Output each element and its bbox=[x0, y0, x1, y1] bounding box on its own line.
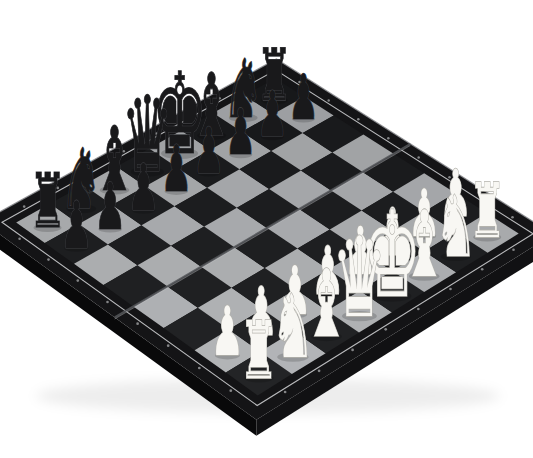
frame-rivet bbox=[481, 268, 484, 271]
frame-rivet bbox=[351, 349, 354, 352]
chessboard: ♜♞♟♝♟♚♟♛♟♝♟♞♟♟♜♟♟♜♟♟♞♟♝♟♚♟♛♟♝♟♞♜ bbox=[0, 0, 533, 458]
black-pawn-glyph: ♟ bbox=[94, 168, 126, 244]
frame-rivet bbox=[47, 258, 50, 261]
black-pawn-glyph: ♟ bbox=[288, 60, 319, 133]
frame-rivet bbox=[76, 279, 79, 282]
frame-rivet bbox=[284, 391, 287, 394]
frame-rivet bbox=[512, 248, 515, 251]
frame-rivet bbox=[357, 118, 360, 121]
frame-rivet bbox=[167, 344, 170, 347]
black-pawn-glyph: ♟ bbox=[160, 131, 192, 205]
piece-black-pawn-c7: ♟ bbox=[128, 150, 160, 224]
frame-rivet bbox=[318, 369, 321, 372]
frame-rivet bbox=[417, 156, 420, 159]
frame-rivet bbox=[136, 322, 139, 325]
black-pawn-glyph: ♟ bbox=[257, 78, 288, 151]
black-pawn-glyph: ♟ bbox=[60, 187, 92, 263]
product-photo-stage: ♜♞♟♝♟♚♟♛♟♝♟♞♟♟♜♟♟♜♟♟♞♟♝♟♚♟♛♟♝♟♞♜ bbox=[0, 0, 533, 458]
white-rook-glyph: ♜ bbox=[239, 305, 278, 397]
piece-black-pawn-b7: ♟ bbox=[94, 168, 126, 244]
piece-black-pawn-e7: ♟ bbox=[193, 113, 225, 187]
piece-black-pawn-h7: ♟ bbox=[288, 60, 319, 133]
black-pawn-glyph: ♟ bbox=[128, 150, 160, 224]
frame-rivet bbox=[449, 288, 452, 291]
piece-black-pawn-d7: ♟ bbox=[160, 131, 192, 205]
piece-white-rook-a1: ♜ bbox=[239, 305, 278, 397]
frame-rivet bbox=[229, 389, 232, 392]
frame-rivet bbox=[106, 301, 109, 304]
frame-rivet bbox=[18, 238, 21, 241]
frame-rivet bbox=[327, 99, 329, 101]
black-pawn-glyph: ♟ bbox=[225, 95, 256, 169]
piece-black-pawn-a7: ♟ bbox=[60, 187, 92, 263]
frame-rivet bbox=[198, 367, 201, 370]
piece-black-pawn-f7: ♟ bbox=[225, 95, 256, 169]
piece-black-pawn-g7: ♟ bbox=[257, 78, 288, 151]
frame-rivet bbox=[511, 216, 514, 219]
frame-rivet bbox=[387, 137, 390, 140]
black-pawn-glyph: ♟ bbox=[193, 113, 225, 187]
frame-rivet bbox=[23, 205, 26, 208]
